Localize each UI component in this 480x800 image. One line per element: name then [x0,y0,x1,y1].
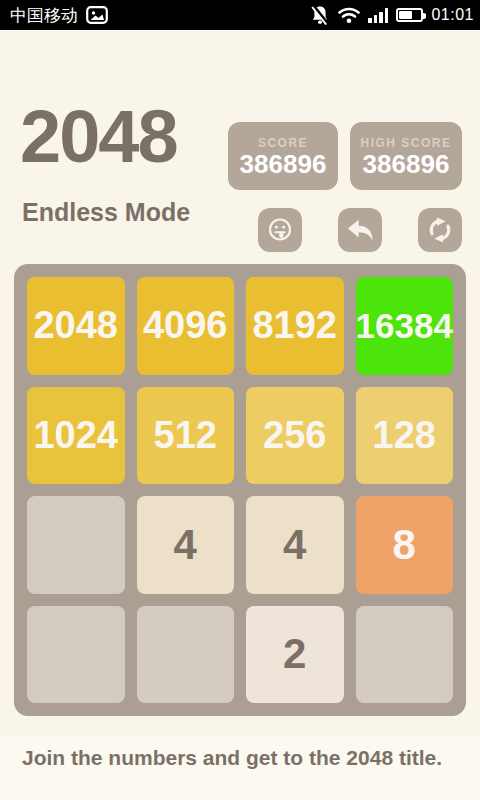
score-label: SCORE [258,136,308,150]
battery-icon [396,8,423,22]
game-board[interactable]: 2048409681921638410245122561284482 [14,264,466,716]
score-value: 386896 [240,150,327,179]
tile-4096: 4096 [137,277,235,375]
tile-2048: 2048 [27,277,125,375]
tile-512: 512 [137,387,235,485]
notifications-muted-icon [310,5,330,25]
high-score-box: HIGH SCORE 386896 [350,122,462,190]
wifi-icon [338,7,360,24]
empty-cell [27,496,125,594]
tile-1024: 1024 [27,387,125,485]
tile-8192: 8192 [246,277,344,375]
empty-cell [27,606,125,704]
mood-button[interactable] [258,208,302,252]
gallery-icon [86,6,108,24]
tile-128: 128 [356,387,454,485]
status-bar: 中国移动 0 [0,0,480,30]
clock: 01:01 [431,6,474,24]
carrier-label: 中国移动 [10,4,78,27]
screen: { "game": "2048", "position": "2048,4096… [0,0,480,800]
mode-label: Endless Mode [22,198,190,227]
tile-4: 4 [246,496,344,594]
tile-2: 2 [246,606,344,704]
smiley-tongue-icon [266,216,294,244]
high-score-value: 386896 [363,150,450,179]
status-bar-left: 中国移动 [10,4,108,27]
restart-button[interactable] [418,208,462,252]
empty-cell [137,606,235,704]
status-bar-right: 01:01 [310,5,474,25]
tile-256: 256 [246,387,344,485]
empty-cell [356,606,454,704]
undo-button[interactable] [338,208,382,252]
page-title: 2048 [20,100,177,174]
signal-icon [368,8,388,23]
instruction-text: Join the numbers and get to the 2048 tit… [22,746,462,770]
high-score-label: HIGH SCORE [360,136,451,150]
tile-8: 8 [356,496,454,594]
restart-arrows-icon [426,216,454,244]
tile-16384: 16384 [356,277,454,375]
undo-arrow-icon [345,217,375,243]
tile-4: 4 [137,496,235,594]
score-box: SCORE 386896 [228,122,338,190]
